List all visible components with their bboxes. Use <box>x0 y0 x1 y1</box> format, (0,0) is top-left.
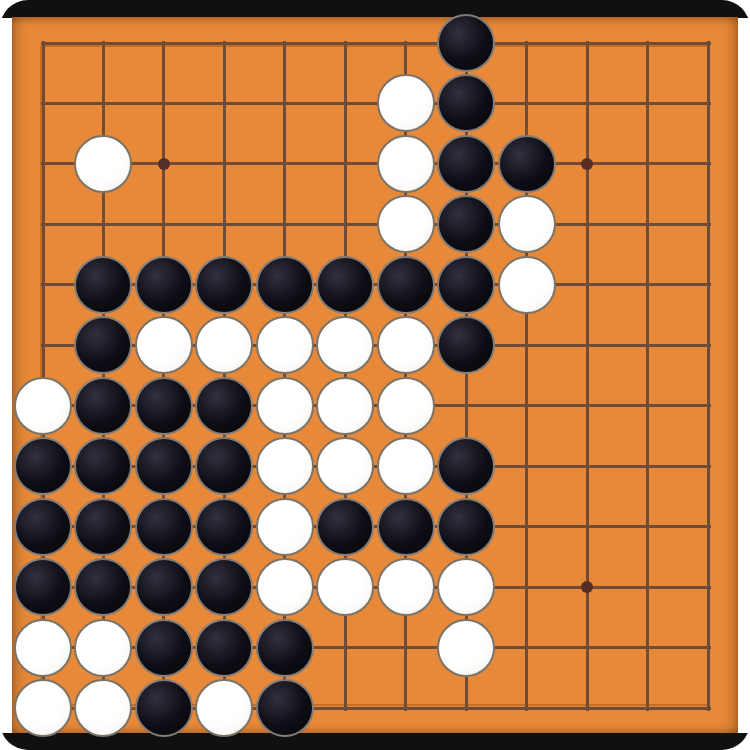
white-stone[interactable] <box>437 558 495 616</box>
black-stone[interactable] <box>14 498 72 556</box>
black-stone[interactable] <box>437 437 495 495</box>
black-stone[interactable] <box>316 498 374 556</box>
black-stone[interactable] <box>195 498 253 556</box>
black-stone[interactable] <box>135 679 193 737</box>
white-stone[interactable] <box>377 377 435 435</box>
white-stone[interactable] <box>498 256 556 314</box>
black-stone[interactable] <box>437 14 495 72</box>
white-stone[interactable] <box>377 195 435 253</box>
black-stone[interactable] <box>135 558 193 616</box>
white-stone[interactable] <box>377 437 435 495</box>
go-board-photo <box>0 0 750 750</box>
star-point <box>581 581 593 593</box>
white-stone[interactable] <box>195 679 253 737</box>
black-stone[interactable] <box>256 256 314 314</box>
black-stone[interactable] <box>377 256 435 314</box>
white-stone[interactable] <box>74 679 132 737</box>
black-stone[interactable] <box>256 679 314 737</box>
black-stone[interactable] <box>195 377 253 435</box>
white-stone[interactable] <box>377 316 435 374</box>
white-stone[interactable] <box>256 377 314 435</box>
star-point <box>581 158 593 170</box>
black-stone[interactable] <box>135 437 193 495</box>
grid-line-vertical <box>646 41 649 711</box>
white-stone[interactable] <box>135 316 193 374</box>
star-point <box>158 158 170 170</box>
black-stone[interactable] <box>195 558 253 616</box>
black-stone[interactable] <box>498 135 556 193</box>
white-stone[interactable] <box>498 195 556 253</box>
black-stone[interactable] <box>135 377 193 435</box>
white-stone[interactable] <box>14 619 72 677</box>
grid-line-vertical <box>707 41 710 711</box>
black-stone[interactable] <box>74 498 132 556</box>
black-stone[interactable] <box>14 558 72 616</box>
white-stone[interactable] <box>437 619 495 677</box>
white-stone[interactable] <box>74 135 132 193</box>
black-stone[interactable] <box>437 498 495 556</box>
grid-line-horizontal <box>41 42 711 45</box>
black-stone[interactable] <box>437 135 495 193</box>
white-stone[interactable] <box>256 498 314 556</box>
black-stone[interactable] <box>437 316 495 374</box>
white-stone[interactable] <box>316 437 374 495</box>
white-stone[interactable] <box>256 437 314 495</box>
white-stone[interactable] <box>316 316 374 374</box>
white-stone[interactable] <box>377 74 435 132</box>
black-stone[interactable] <box>256 619 314 677</box>
grid-line-vertical <box>586 41 589 711</box>
black-stone[interactable] <box>74 256 132 314</box>
black-stone[interactable] <box>135 256 193 314</box>
white-stone[interactable] <box>14 679 72 737</box>
white-stone[interactable] <box>377 558 435 616</box>
black-stone[interactable] <box>74 437 132 495</box>
black-stone[interactable] <box>195 619 253 677</box>
black-stone[interactable] <box>437 256 495 314</box>
white-stone[interactable] <box>14 377 72 435</box>
black-stone[interactable] <box>377 498 435 556</box>
black-stone[interactable] <box>195 437 253 495</box>
black-stone[interactable] <box>74 316 132 374</box>
white-stone[interactable] <box>195 316 253 374</box>
black-stone[interactable] <box>135 498 193 556</box>
black-stone[interactable] <box>135 619 193 677</box>
black-stone[interactable] <box>74 377 132 435</box>
white-stone[interactable] <box>256 558 314 616</box>
white-stone[interactable] <box>316 377 374 435</box>
go-board-grid[interactable] <box>0 0 750 750</box>
white-stone[interactable] <box>377 135 435 193</box>
black-stone[interactable] <box>437 74 495 132</box>
white-stone[interactable] <box>74 619 132 677</box>
board-frame <box>0 0 750 750</box>
black-stone[interactable] <box>14 437 72 495</box>
black-stone[interactable] <box>316 256 374 314</box>
black-stone[interactable] <box>74 558 132 616</box>
black-stone[interactable] <box>195 256 253 314</box>
white-stone[interactable] <box>256 316 314 374</box>
white-stone[interactable] <box>316 558 374 616</box>
black-stone[interactable] <box>437 195 495 253</box>
